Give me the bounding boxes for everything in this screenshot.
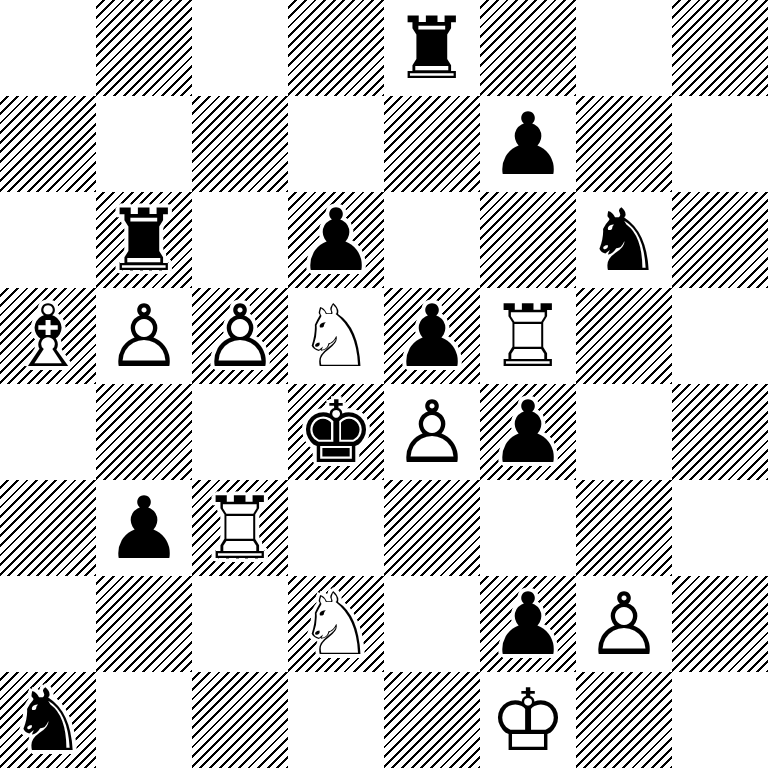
square-c7[interactable] bbox=[192, 96, 288, 192]
square-f7[interactable]: ♟♟ bbox=[480, 96, 576, 192]
chess-board: ♜♜♟♟♜♜♟♟♞♞♝♗♟♙♟♙♞♘♟♟♜♖♚♚♟♙♟♟♟♟♜♖♞♘♟♟♟♙♞♞… bbox=[0, 0, 768, 768]
square-a8[interactable] bbox=[0, 0, 96, 96]
square-f3[interactable] bbox=[480, 480, 576, 576]
square-c3[interactable]: ♜♖ bbox=[192, 480, 288, 576]
square-g4[interactable] bbox=[576, 384, 672, 480]
square-e6[interactable] bbox=[384, 192, 480, 288]
square-h7[interactable] bbox=[672, 96, 768, 192]
square-g3[interactable] bbox=[576, 480, 672, 576]
black-rook-piece: ♜ bbox=[393, 0, 470, 96]
white-knight-piece: ♘ bbox=[297, 576, 374, 672]
square-b7[interactable] bbox=[96, 96, 192, 192]
square-b8[interactable] bbox=[96, 0, 192, 96]
square-c2[interactable] bbox=[192, 576, 288, 672]
square-a6[interactable] bbox=[0, 192, 96, 288]
square-h3[interactable] bbox=[672, 480, 768, 576]
square-b1[interactable] bbox=[96, 672, 192, 768]
square-b5[interactable]: ♟♙ bbox=[96, 288, 192, 384]
square-e2[interactable] bbox=[384, 576, 480, 672]
white-pawn-piece: ♙ bbox=[585, 576, 662, 672]
white-bishop-piece: ♗ bbox=[9, 288, 86, 384]
square-f8[interactable] bbox=[480, 0, 576, 96]
square-b6[interactable]: ♜♜ bbox=[96, 192, 192, 288]
black-knight-piece: ♞ bbox=[585, 192, 662, 288]
square-e1[interactable] bbox=[384, 672, 480, 768]
square-f2[interactable]: ♟♟ bbox=[480, 576, 576, 672]
square-d8[interactable] bbox=[288, 0, 384, 96]
square-a3[interactable] bbox=[0, 480, 96, 576]
square-f4[interactable]: ♟♟ bbox=[480, 384, 576, 480]
square-b3[interactable]: ♟♟ bbox=[96, 480, 192, 576]
square-g6[interactable]: ♞♞ bbox=[576, 192, 672, 288]
square-a7[interactable] bbox=[0, 96, 96, 192]
square-e3[interactable] bbox=[384, 480, 480, 576]
square-h8[interactable] bbox=[672, 0, 768, 96]
square-b2[interactable] bbox=[96, 576, 192, 672]
square-e5[interactable]: ♟♟ bbox=[384, 288, 480, 384]
square-h2[interactable] bbox=[672, 576, 768, 672]
white-knight-piece: ♘ bbox=[297, 288, 374, 384]
square-b4[interactable] bbox=[96, 384, 192, 480]
square-c8[interactable] bbox=[192, 0, 288, 96]
black-pawn-piece: ♟ bbox=[393, 288, 470, 384]
black-pawn-piece: ♟ bbox=[489, 96, 566, 192]
square-c5[interactable]: ♟♙ bbox=[192, 288, 288, 384]
square-c4[interactable] bbox=[192, 384, 288, 480]
black-pawn-piece: ♟ bbox=[489, 384, 566, 480]
square-d6[interactable]: ♟♟ bbox=[288, 192, 384, 288]
square-a2[interactable] bbox=[0, 576, 96, 672]
square-c6[interactable] bbox=[192, 192, 288, 288]
square-a4[interactable] bbox=[0, 384, 96, 480]
square-h1[interactable] bbox=[672, 672, 768, 768]
square-e7[interactable] bbox=[384, 96, 480, 192]
square-d2[interactable]: ♞♘ bbox=[288, 576, 384, 672]
square-d4[interactable]: ♚♚ bbox=[288, 384, 384, 480]
square-d5[interactable]: ♞♘ bbox=[288, 288, 384, 384]
black-pawn-piece: ♟ bbox=[297, 192, 374, 288]
white-pawn-piece: ♙ bbox=[393, 384, 470, 480]
white-rook-piece: ♖ bbox=[201, 480, 278, 576]
square-d3[interactable] bbox=[288, 480, 384, 576]
white-rook-piece: ♖ bbox=[489, 288, 566, 384]
square-f1[interactable]: ♚♔ bbox=[480, 672, 576, 768]
square-g1[interactable] bbox=[576, 672, 672, 768]
black-knight-piece: ♞ bbox=[9, 672, 86, 768]
black-king-piece: ♚ bbox=[297, 384, 374, 480]
white-pawn-piece: ♙ bbox=[105, 288, 182, 384]
black-pawn-piece: ♟ bbox=[105, 480, 182, 576]
square-h6[interactable] bbox=[672, 192, 768, 288]
square-h4[interactable] bbox=[672, 384, 768, 480]
square-c1[interactable] bbox=[192, 672, 288, 768]
square-a5[interactable]: ♝♗ bbox=[0, 288, 96, 384]
white-pawn-piece: ♙ bbox=[201, 288, 278, 384]
square-h5[interactable] bbox=[672, 288, 768, 384]
square-a1[interactable]: ♞♞ bbox=[0, 672, 96, 768]
black-pawn-piece: ♟ bbox=[489, 576, 566, 672]
square-d1[interactable] bbox=[288, 672, 384, 768]
square-g2[interactable]: ♟♙ bbox=[576, 576, 672, 672]
square-d7[interactable] bbox=[288, 96, 384, 192]
square-f5[interactable]: ♜♖ bbox=[480, 288, 576, 384]
square-e4[interactable]: ♟♙ bbox=[384, 384, 480, 480]
square-g8[interactable] bbox=[576, 0, 672, 96]
white-king-piece: ♔ bbox=[489, 672, 566, 768]
black-rook-piece: ♜ bbox=[105, 192, 182, 288]
square-e8[interactable]: ♜♜ bbox=[384, 0, 480, 96]
square-g7[interactable] bbox=[576, 96, 672, 192]
square-g5[interactable] bbox=[576, 288, 672, 384]
square-f6[interactable] bbox=[480, 192, 576, 288]
